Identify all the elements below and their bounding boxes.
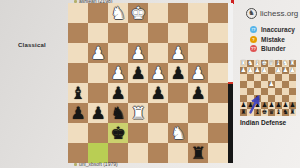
piece-black-rook[interactable]: ♜ <box>190 143 205 163</box>
square-e5[interactable] <box>128 83 148 103</box>
square-g4 <box>247 81 254 88</box>
piece-black-knight: ♞ <box>283 109 289 116</box>
square-b8[interactable]: ♜ <box>188 143 208 163</box>
square-c3 <box>275 74 282 81</box>
piece-white-pawn: ♟ <box>283 67 289 74</box>
square-g2[interactable] <box>88 23 108 43</box>
square-c3[interactable]: ♟ <box>168 43 188 63</box>
square-h8: ♜ <box>240 109 247 116</box>
square-e7[interactable] <box>128 123 148 143</box>
square-c6[interactable] <box>168 103 188 123</box>
square-b2[interactable] <box>188 23 208 43</box>
piece-white-pawn[interactable]: ♟ <box>150 63 165 83</box>
square-d7[interactable] <box>148 123 168 143</box>
square-h1[interactable] <box>68 3 88 23</box>
square-f2: ♟ <box>254 67 261 74</box>
piece-white-pawn: ♟ <box>290 67 296 74</box>
square-c2[interactable] <box>168 23 188 43</box>
square-e5 <box>261 88 268 95</box>
bottom-player-name: uni_xbsoft (1979) <box>79 162 118 167</box>
square-e2: ♟ <box>261 67 268 74</box>
square-e6[interactable]: ♜ <box>128 103 148 123</box>
lichess-logo[interactable]: ♞ lichess.org <box>246 8 298 19</box>
square-e4[interactable]: ♟ <box>128 63 148 83</box>
square-h4[interactable] <box>68 63 88 83</box>
piece-black-pawn[interactable]: ♟ <box>70 103 85 123</box>
square-c8[interactable] <box>168 143 188 163</box>
square-a2: ♟ <box>289 67 296 74</box>
square-b4 <box>282 81 289 88</box>
lichess-logo-text: lichess.org <box>260 9 298 18</box>
player-badge-icon <box>74 163 77 166</box>
piece-black-king: ♚ <box>262 109 268 116</box>
eval-gauge-white <box>228 3 233 83</box>
inaccuracy-label: Inaccuracy <box>261 26 295 33</box>
piece-white-rook[interactable]: ♜ <box>130 103 145 123</box>
piece-black-pawn[interactable]: ♟ <box>130 63 145 83</box>
blunder-icon: ?? <box>250 45 257 52</box>
opening-mini-board: ♜♞♝♚♛♝♞♜♟♟♟♟♟♟♟♟♞♟♟♟♟♟♟♟♟♜♝♚♛♝♞♜ <box>240 60 296 116</box>
square-f4[interactable]: ♟ <box>108 63 128 83</box>
square-h8[interactable] <box>68 143 88 163</box>
square-g8[interactable] <box>88 143 108 163</box>
piece-black-king[interactable]: ♚ <box>110 123 125 143</box>
piece-white-knight[interactable]: ♞ <box>170 123 185 143</box>
square-h7[interactable] <box>68 123 88 143</box>
square-h4 <box>240 81 247 88</box>
square-h5 <box>240 88 247 95</box>
square-f3 <box>254 74 261 81</box>
piece-white-pawn: ♟ <box>255 67 261 74</box>
lichess-knight-icon: ♞ <box>246 8 257 19</box>
piece-white-pawn: ♟ <box>241 67 247 74</box>
square-f8: ♝ <box>254 109 261 116</box>
piece-white-knight[interactable]: ♞ <box>110 3 125 23</box>
square-d4[interactable]: ♟ <box>148 63 168 83</box>
piece-white-pawn[interactable]: ♟ <box>170 43 185 63</box>
time-control-label: Classical <box>18 42 46 48</box>
square-a3 <box>289 74 296 81</box>
square-h5[interactable]: ♝ <box>68 83 88 103</box>
square-b5[interactable]: ♟ <box>188 83 208 103</box>
square-a4 <box>289 81 296 88</box>
square-c5 <box>275 88 282 95</box>
piece-black-pawn[interactable]: ♟ <box>110 83 125 103</box>
square-f1[interactable]: ♞ <box>108 3 128 23</box>
square-c1[interactable] <box>168 3 188 23</box>
piece-black-bishop: ♝ <box>276 109 282 116</box>
square-g3 <box>247 74 254 81</box>
opening-name: Indian Defense <box>240 119 286 126</box>
square-g8 <box>247 109 254 116</box>
eval-gauge-tick <box>228 82 233 84</box>
square-h3[interactable] <box>68 43 88 63</box>
mistake-icon: ? <box>250 36 257 43</box>
square-h2[interactable] <box>68 23 88 43</box>
square-d8: ♛ <box>268 109 275 116</box>
square-a4[interactable] <box>208 63 228 83</box>
square-c7[interactable]: ♞ <box>168 123 188 143</box>
legend-row-blunder: ?? Blunder <box>250 45 286 52</box>
piece-white-pawn[interactable]: ♟ <box>130 43 145 63</box>
square-c4[interactable]: ♟ <box>168 63 188 83</box>
square-a1[interactable] <box>208 3 228 23</box>
square-d4: ♟ <box>268 81 275 88</box>
square-c4 <box>275 81 282 88</box>
square-b4[interactable]: ♟ <box>188 63 208 83</box>
square-b6[interactable] <box>188 103 208 123</box>
bottom-player-strip[interactable]: uni_xbsoft (1979) <box>74 162 118 167</box>
square-d2[interactable] <box>148 23 168 43</box>
piece-black-bishop[interactable]: ♝ <box>70 83 85 103</box>
square-d2 <box>268 67 275 74</box>
piece-black-knight[interactable]: ♞ <box>110 103 125 123</box>
square-h6[interactable]: ♟ <box>68 103 88 123</box>
piece-white-king[interactable]: ♚ <box>130 3 145 23</box>
square-e8[interactable] <box>128 143 148 163</box>
square-h2: ♟ <box>240 67 247 74</box>
square-b5 <box>282 88 289 95</box>
eval-gauge <box>228 3 233 163</box>
square-h3 <box>240 74 247 81</box>
piece-black-pawn[interactable]: ♟ <box>190 83 205 103</box>
square-a6[interactable] <box>208 103 228 123</box>
square-b8: ♞ <box>282 109 289 116</box>
piece-black-pawn[interactable]: ♟ <box>150 83 165 103</box>
piece-white-queen: ♛ <box>269 60 275 67</box>
square-e1[interactable]: ♚ <box>128 3 148 23</box>
piece-white-pawn[interactable]: ♟ <box>110 63 125 83</box>
square-b3[interactable] <box>188 43 208 63</box>
piece-black-rook: ♜ <box>290 109 296 116</box>
square-g7: ♟ <box>247 102 254 109</box>
square-d1[interactable] <box>148 3 168 23</box>
square-e4 <box>261 81 268 88</box>
square-b2: ♟ <box>282 67 289 74</box>
square-g5 <box>247 88 254 95</box>
square-d5[interactable]: ♟ <box>148 83 168 103</box>
square-g4[interactable] <box>88 63 108 83</box>
piece-white-pawn: ♟ <box>276 67 282 74</box>
square-d5 <box>268 88 275 95</box>
square-a7[interactable] <box>208 123 228 143</box>
square-e3 <box>261 74 268 81</box>
piece-white-pawn: ♟ <box>269 81 275 88</box>
square-a5[interactable] <box>208 83 228 103</box>
piece-white-pawn: ♟ <box>262 67 268 74</box>
inaccuracy-icon: !? <box>250 26 257 33</box>
square-f2[interactable] <box>108 23 128 43</box>
square-e8: ♚ <box>261 109 268 116</box>
square-d1: ♛ <box>268 60 275 67</box>
piece-black-pawn[interactable]: ♟ <box>170 63 185 83</box>
square-e3[interactable]: ♟ <box>128 43 148 63</box>
square-g2: ♟ <box>247 67 254 74</box>
page: Classical ashlean (2198) ♞♚♟♟♟♟♟♟♟♟♝♟♟♟♟… <box>0 0 300 168</box>
piece-white-pawn[interactable]: ♟ <box>90 43 105 63</box>
square-a2[interactable] <box>208 23 228 43</box>
legend-row-inaccuracy: !? Inaccuracy <box>250 26 295 33</box>
blunder-label: Blunder <box>261 45 286 52</box>
piece-black-bishop: ♝ <box>255 109 261 116</box>
main-chess-board[interactable]: ♞♚♟♟♟♟♟♟♟♟♝♟♟♟♟♟♞♜♚♞♜ <box>68 3 228 163</box>
square-a8[interactable] <box>208 143 228 163</box>
square-b7[interactable] <box>188 123 208 143</box>
opening-preview[interactable]: ♜♞♝♚♛♝♞♜♟♟♟♟♟♟♟♟♞♟♟♟♟♟♟♟♟♜♝♚♛♝♞♜ <box>240 60 296 116</box>
square-d8[interactable] <box>148 143 168 163</box>
piece-black-pawn: ♟ <box>248 102 254 109</box>
piece-white-pawn: ♟ <box>248 67 254 74</box>
square-f4 <box>254 81 261 88</box>
square-a8: ♜ <box>289 109 296 116</box>
square-g5[interactable] <box>88 83 108 103</box>
square-g3[interactable]: ♟ <box>88 43 108 63</box>
square-c5[interactable] <box>168 83 188 103</box>
piece-white-pawn[interactable]: ♟ <box>190 63 205 83</box>
square-g7[interactable] <box>88 123 108 143</box>
square-a5 <box>289 88 296 95</box>
square-f5[interactable]: ♟ <box>108 83 128 103</box>
square-f7[interactable]: ♚ <box>108 123 128 143</box>
square-f8[interactable] <box>108 143 128 163</box>
square-g6[interactable]: ♟ <box>88 103 108 123</box>
square-c8: ♝ <box>275 109 282 116</box>
square-b3 <box>282 74 289 81</box>
piece-black-queen: ♛ <box>269 109 275 116</box>
square-e2[interactable] <box>128 23 148 43</box>
legend-row-mistake: ? Mistake <box>250 36 285 43</box>
piece-black-rook: ♜ <box>241 109 247 116</box>
square-c2: ♟ <box>275 67 282 74</box>
square-f3[interactable] <box>108 43 128 63</box>
square-d6[interactable] <box>148 103 168 123</box>
square-d3[interactable] <box>148 43 168 63</box>
square-a3[interactable] <box>208 43 228 63</box>
square-b1[interactable] <box>188 3 208 23</box>
square-f6[interactable]: ♞ <box>108 103 128 123</box>
mistake-label: Mistake <box>261 36 285 43</box>
piece-black-pawn[interactable]: ♟ <box>90 103 105 123</box>
square-g1[interactable] <box>88 3 108 23</box>
